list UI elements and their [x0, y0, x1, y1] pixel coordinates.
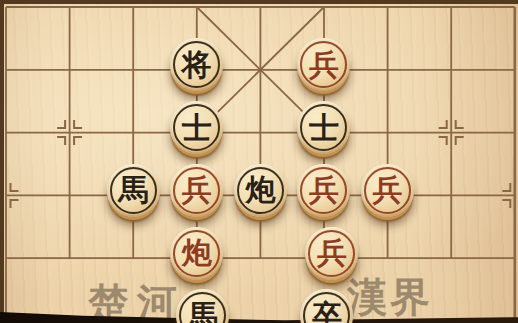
piece-black-horse[interactable]: 馬: [176, 289, 229, 323]
board-point-f3r3: 兵: [165, 164, 229, 227]
piece-glyph: 兵: [182, 175, 212, 205]
piece-glyph: 兵: [309, 50, 339, 80]
board-point-f5r5: 卒: [292, 290, 356, 323]
piece-glyph: 馬: [188, 301, 218, 323]
pieces-grid: 将兵士士馬兵炮兵兵炮兵馬卒: [0, 0, 518, 323]
board-point-f5r3: 兵: [292, 164, 356, 227]
board-point-f5r1: 兵: [292, 38, 356, 101]
xiangqi-board: 楚河 漢界 将兵士士馬兵炮兵兵炮兵馬卒: [0, 0, 518, 323]
piece-glyph: 士: [309, 113, 339, 143]
piece-glyph: 卒: [312, 301, 342, 323]
piece-black-horse[interactable]: 馬: [107, 164, 160, 217]
piece-glyph: 将: [182, 50, 212, 80]
piece-black-cannon[interactable]: 炮: [234, 164, 287, 217]
piece-glyph: 兵: [373, 175, 403, 205]
piece-glyph: 士: [182, 113, 212, 143]
piece-red-soldier[interactable]: 兵: [297, 38, 350, 91]
piece-black-advisor[interactable]: 士: [170, 101, 223, 154]
board-point-f6r3: 兵: [356, 164, 420, 227]
board-point-f5r4: 兵: [292, 227, 356, 290]
piece-glyph: 兵: [309, 175, 339, 205]
piece-red-soldier[interactable]: 兵: [297, 164, 350, 217]
board-point-f3r1: 将: [165, 38, 229, 101]
board-point-f3r5: 馬: [165, 290, 229, 323]
piece-glyph: 兵: [317, 238, 347, 268]
board-point-f3r2: 士: [165, 101, 229, 164]
piece-black-soldier[interactable]: 卒: [300, 289, 353, 323]
piece-glyph: 炮: [182, 238, 212, 268]
piece-red-soldier[interactable]: 兵: [170, 164, 223, 217]
piece-red-soldier[interactable]: 兵: [305, 227, 358, 280]
board-point-f2r3: 馬: [101, 164, 165, 227]
piece-red-cannon[interactable]: 炮: [170, 227, 223, 280]
board-point-f4r3: 炮: [229, 164, 293, 227]
piece-black-advisor[interactable]: 士: [297, 101, 350, 154]
piece-glyph: 炮: [245, 175, 275, 205]
board-point-f5r2: 士: [292, 101, 356, 164]
piece-black-general[interactable]: 将: [170, 38, 223, 91]
piece-glyph: 馬: [118, 175, 148, 205]
board-point-f3r4: 炮: [165, 227, 229, 290]
piece-red-soldier[interactable]: 兵: [361, 164, 414, 217]
